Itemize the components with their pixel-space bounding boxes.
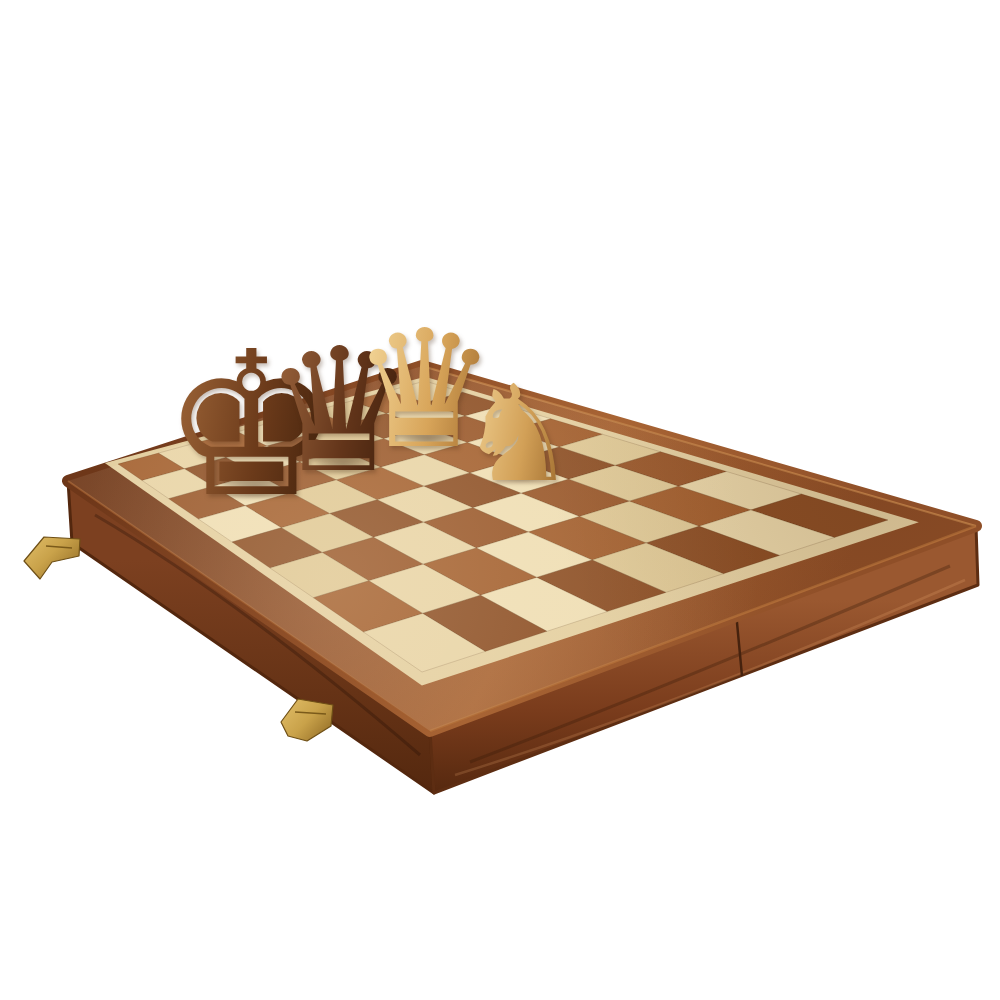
brass-clasp xyxy=(281,699,333,741)
piece-light-knight[interactable]: ♞ xyxy=(458,368,577,501)
brass-hinge xyxy=(24,537,80,579)
chess-set-photo: ♚♛♛♞ xyxy=(0,0,1000,1000)
